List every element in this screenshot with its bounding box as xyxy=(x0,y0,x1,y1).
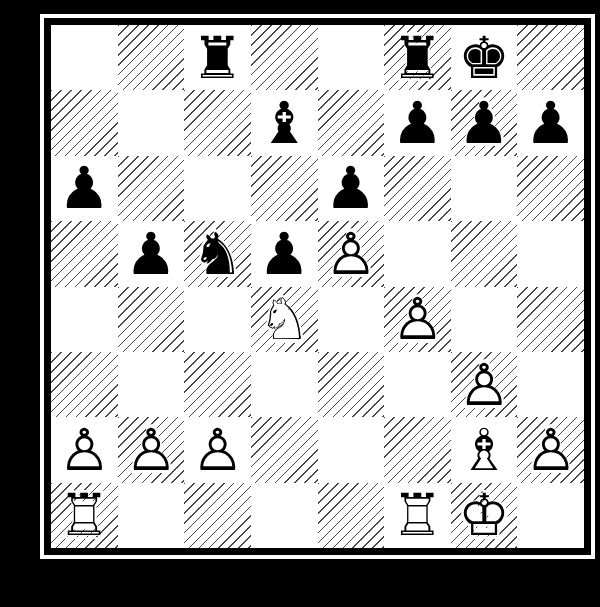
square-h6[interactable] xyxy=(517,156,584,221)
square-c8[interactable]: ♜♜ xyxy=(184,25,251,90)
square-b3[interactable] xyxy=(118,352,185,417)
square-a6[interactable]: ♟♟ xyxy=(51,156,118,221)
square-f2[interactable] xyxy=(384,417,451,482)
piece-white-king[interactable]: ♔ xyxy=(451,483,518,548)
square-g5[interactable] xyxy=(451,221,518,286)
square-h5[interactable] xyxy=(517,221,584,286)
square-a8[interactable] xyxy=(51,25,118,90)
piece-white-pawn[interactable]: ♙ xyxy=(51,417,118,482)
square-b5[interactable]: ♟♟ xyxy=(118,221,185,286)
square-d5[interactable]: ♟♟ xyxy=(251,221,318,286)
square-g3[interactable]: ♟♙ xyxy=(451,352,518,417)
square-g7[interactable]: ♟♟ xyxy=(451,90,518,155)
square-g6[interactable] xyxy=(451,156,518,221)
square-c5[interactable]: ♞♞ xyxy=(184,221,251,286)
square-f8[interactable]: ♜♜ xyxy=(384,25,451,90)
square-f5[interactable] xyxy=(384,221,451,286)
piece-black-pawn[interactable]: ♟ xyxy=(251,221,318,286)
square-a7[interactable] xyxy=(51,90,118,155)
square-f7[interactable]: ♟♟ xyxy=(384,90,451,155)
piece-white-pawn[interactable]: ♙ xyxy=(384,287,451,352)
square-a5[interactable] xyxy=(51,221,118,286)
square-e7[interactable] xyxy=(318,90,385,155)
square-h4[interactable] xyxy=(517,287,584,352)
square-d8[interactable] xyxy=(251,25,318,90)
piece-black-bishop[interactable]: ♝ xyxy=(251,90,318,155)
square-a1[interactable]: ♜♖ xyxy=(51,483,118,548)
piece-black-pawn[interactable]: ♟ xyxy=(384,90,451,155)
square-c2[interactable]: ♟♙ xyxy=(184,417,251,482)
square-d1[interactable] xyxy=(251,483,318,548)
square-c3[interactable] xyxy=(184,352,251,417)
square-f1[interactable]: ♜♖ xyxy=(384,483,451,548)
square-e4[interactable] xyxy=(318,287,385,352)
piece-black-rook[interactable]: ♜ xyxy=(384,25,451,90)
square-h7[interactable]: ♟♟ xyxy=(517,90,584,155)
chess-board-frame: ♜♜♜♜♚♚♝♝♟♟♟♟♟♟♟♟♟♟♟♟♞♞♟♟♟♙♞♘♟♙♟♙♟♙♟♙♟♙♝♗… xyxy=(40,14,595,559)
square-b6[interactable] xyxy=(118,156,185,221)
square-e5[interactable]: ♟♙ xyxy=(318,221,385,286)
square-f3[interactable] xyxy=(384,352,451,417)
square-d3[interactable] xyxy=(251,352,318,417)
square-h3[interactable] xyxy=(517,352,584,417)
square-d6[interactable] xyxy=(251,156,318,221)
square-e8[interactable] xyxy=(318,25,385,90)
square-c6[interactable] xyxy=(184,156,251,221)
page-background: ♜♜♜♜♚♚♝♝♟♟♟♟♟♟♟♟♟♟♟♟♞♞♟♟♟♙♞♘♟♙♟♙♟♙♟♙♟♙♝♗… xyxy=(0,0,600,607)
square-c7[interactable] xyxy=(184,90,251,155)
piece-white-rook[interactable]: ♖ xyxy=(51,483,118,548)
square-g8[interactable]: ♚♚ xyxy=(451,25,518,90)
square-a3[interactable] xyxy=(51,352,118,417)
piece-black-king[interactable]: ♚ xyxy=(451,25,518,90)
piece-white-pawn[interactable]: ♙ xyxy=(118,417,185,482)
square-h1[interactable] xyxy=(517,483,584,548)
piece-white-pawn[interactable]: ♙ xyxy=(318,221,385,286)
piece-white-pawn[interactable]: ♙ xyxy=(451,352,518,417)
piece-black-pawn[interactable]: ♟ xyxy=(451,90,518,155)
piece-black-rook[interactable]: ♜ xyxy=(184,25,251,90)
square-b2[interactable]: ♟♙ xyxy=(118,417,185,482)
chess-board: ♜♜♜♜♚♚♝♝♟♟♟♟♟♟♟♟♟♟♟♟♞♞♟♟♟♙♞♘♟♙♟♙♟♙♟♙♟♙♝♗… xyxy=(51,25,584,548)
piece-white-bishop[interactable]: ♗ xyxy=(451,417,518,482)
square-f4[interactable]: ♟♙ xyxy=(384,287,451,352)
piece-white-rook[interactable]: ♖ xyxy=(384,483,451,548)
square-e2[interactable] xyxy=(318,417,385,482)
piece-white-pawn[interactable]: ♙ xyxy=(184,417,251,482)
square-f6[interactable] xyxy=(384,156,451,221)
square-g1[interactable]: ♚♔ xyxy=(451,483,518,548)
square-d4[interactable]: ♞♘ xyxy=(251,287,318,352)
square-c4[interactable] xyxy=(184,287,251,352)
square-b4[interactable] xyxy=(118,287,185,352)
square-g2[interactable]: ♝♗ xyxy=(451,417,518,482)
square-g4[interactable] xyxy=(451,287,518,352)
piece-black-pawn[interactable]: ♟ xyxy=(517,90,584,155)
square-a4[interactable] xyxy=(51,287,118,352)
piece-black-pawn[interactable]: ♟ xyxy=(118,221,185,286)
square-d2[interactable] xyxy=(251,417,318,482)
square-e1[interactable] xyxy=(318,483,385,548)
square-h2[interactable]: ♟♙ xyxy=(517,417,584,482)
piece-white-pawn[interactable]: ♙ xyxy=(517,417,584,482)
piece-black-pawn[interactable]: ♟ xyxy=(51,156,118,221)
piece-black-pawn[interactable]: ♟ xyxy=(318,156,385,221)
square-c1[interactable] xyxy=(184,483,251,548)
piece-white-knight[interactable]: ♘ xyxy=(251,287,318,352)
square-h8[interactable] xyxy=(517,25,584,90)
square-a2[interactable]: ♟♙ xyxy=(51,417,118,482)
square-e6[interactable]: ♟♟ xyxy=(318,156,385,221)
square-b7[interactable] xyxy=(118,90,185,155)
square-d7[interactable]: ♝♝ xyxy=(251,90,318,155)
square-b1[interactable] xyxy=(118,483,185,548)
piece-black-knight[interactable]: ♞ xyxy=(184,221,251,286)
chess-board-border: ♜♜♜♜♚♚♝♝♟♟♟♟♟♟♟♟♟♟♟♟♞♞♟♟♟♙♞♘♟♙♟♙♟♙♟♙♟♙♝♗… xyxy=(44,18,591,555)
square-b8[interactable] xyxy=(118,25,185,90)
square-e3[interactable] xyxy=(318,352,385,417)
